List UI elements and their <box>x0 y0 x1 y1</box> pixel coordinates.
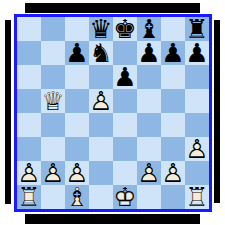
piece-outline: ♙ <box>41 161 65 185</box>
square-e8[interactable]: ♚ <box>113 17 137 41</box>
piece-outline: ♙ <box>161 161 185 185</box>
square-g6[interactable] <box>161 65 185 89</box>
square-f2[interactable]: ♟♙ <box>137 161 161 185</box>
square-b8[interactable] <box>41 17 65 41</box>
piece-white-rook[interactable]: ♜♖ <box>185 185 209 209</box>
piece-black-pawn[interactable]: ♟ <box>65 41 89 65</box>
piece-fill: ♟ <box>137 41 161 65</box>
square-g7[interactable]: ♟ <box>161 41 185 65</box>
square-c7[interactable]: ♟ <box>65 41 89 65</box>
square-e5[interactable] <box>113 89 137 113</box>
piece-outline: ♙ <box>89 89 113 113</box>
square-c4[interactable] <box>65 113 89 137</box>
piece-outline: ♖ <box>17 185 41 209</box>
square-a4[interactable] <box>17 113 41 137</box>
square-g4[interactable] <box>161 113 185 137</box>
square-f7[interactable]: ♟ <box>137 41 161 65</box>
square-h3[interactable]: ♟♙ <box>185 137 209 161</box>
piece-white-pawn[interactable]: ♟♙ <box>41 161 65 185</box>
square-h7[interactable]: ♟ <box>185 41 209 65</box>
square-a7[interactable] <box>17 41 41 65</box>
piece-outline: ♙ <box>185 137 209 161</box>
square-d5[interactable]: ♟♙ <box>89 89 113 113</box>
square-a1[interactable]: ♜♖ <box>17 185 41 209</box>
piece-black-knight[interactable]: ♞ <box>89 41 113 65</box>
square-c5[interactable] <box>65 89 89 113</box>
square-d7[interactable]: ♞ <box>89 41 113 65</box>
chess-scene: ♛♚♝♜♟♞♟♟♟♟♛♕♟♙♟♙♟♙♟♙♟♙♟♙♟♙♜♖♝♗♚♔♜♖ <box>0 0 225 225</box>
piece-white-king[interactable]: ♚♔ <box>113 185 137 209</box>
shadow-frame-left <box>5 20 11 204</box>
piece-outline: ♕ <box>41 89 65 113</box>
piece-white-queen[interactable]: ♛♕ <box>41 89 65 113</box>
piece-black-pawn[interactable]: ♟ <box>161 41 185 65</box>
square-f1[interactable] <box>137 185 161 209</box>
piece-outline: ♗ <box>65 185 89 209</box>
shadow-frame-top <box>25 3 200 13</box>
square-b5[interactable]: ♛♕ <box>41 89 65 113</box>
square-g5[interactable] <box>161 89 185 113</box>
square-b7[interactable] <box>41 41 65 65</box>
board-border: ♛♚♝♜♟♞♟♟♟♟♛♕♟♙♟♙♟♙♟♙♟♙♟♙♟♙♜♖♝♗♚♔♜♖ <box>14 14 212 212</box>
square-f6[interactable] <box>137 65 161 89</box>
square-b2[interactable]: ♟♙ <box>41 161 65 185</box>
square-g1[interactable] <box>161 185 185 209</box>
piece-black-pawn[interactable]: ♟ <box>113 65 137 89</box>
piece-black-pawn[interactable]: ♟ <box>185 41 209 65</box>
square-a6[interactable] <box>17 65 41 89</box>
piece-white-pawn[interactable]: ♟♙ <box>161 161 185 185</box>
piece-fill: ♟ <box>65 41 89 65</box>
square-h5[interactable] <box>185 89 209 113</box>
piece-fill: ♟ <box>161 41 185 65</box>
square-b4[interactable] <box>41 113 65 137</box>
square-e1[interactable]: ♚♔ <box>113 185 137 209</box>
piece-fill: ♟ <box>185 41 209 65</box>
square-a5[interactable] <box>17 89 41 113</box>
square-d1[interactable] <box>89 185 113 209</box>
square-d4[interactable] <box>89 113 113 137</box>
shadow-frame-right <box>214 20 220 203</box>
shadow-frame-bottom <box>25 214 200 224</box>
square-b1[interactable] <box>41 185 65 209</box>
piece-fill: ♟ <box>113 65 137 89</box>
square-e6[interactable]: ♟ <box>113 65 137 89</box>
piece-white-bishop[interactable]: ♝♗ <box>65 185 89 209</box>
piece-white-pawn[interactable]: ♟♙ <box>89 89 113 113</box>
square-h6[interactable] <box>185 65 209 89</box>
square-c1[interactable]: ♝♗ <box>65 185 89 209</box>
piece-black-pawn[interactable]: ♟ <box>137 41 161 65</box>
piece-white-pawn[interactable]: ♟♙ <box>185 137 209 161</box>
square-g2[interactable]: ♟♙ <box>161 161 185 185</box>
square-f4[interactable] <box>137 113 161 137</box>
piece-outline: ♔ <box>113 185 137 209</box>
square-d3[interactable] <box>89 137 113 161</box>
square-a8[interactable] <box>17 17 41 41</box>
square-d2[interactable] <box>89 161 113 185</box>
piece-white-pawn[interactable]: ♟♙ <box>137 161 161 185</box>
chess-board: ♛♚♝♜♟♞♟♟♟♟♛♕♟♙♟♙♟♙♟♙♟♙♟♙♟♙♜♖♝♗♚♔♜♖ <box>17 17 209 209</box>
piece-white-rook[interactable]: ♜♖ <box>17 185 41 209</box>
piece-fill: ♚ <box>113 17 137 41</box>
square-e4[interactable] <box>113 113 137 137</box>
square-c6[interactable] <box>65 65 89 89</box>
piece-black-king[interactable]: ♚ <box>113 17 137 41</box>
piece-outline: ♖ <box>185 185 209 209</box>
square-e3[interactable] <box>113 137 137 161</box>
piece-outline: ♙ <box>137 161 161 185</box>
square-h1[interactable]: ♜♖ <box>185 185 209 209</box>
square-f5[interactable] <box>137 89 161 113</box>
piece-fill: ♞ <box>89 41 113 65</box>
